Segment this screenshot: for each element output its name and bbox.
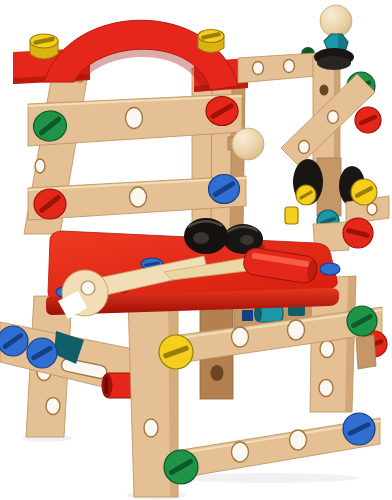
figure-diag-hole-2 [299,141,310,154]
side-rail-screw-blue-1 [0,326,28,356]
bottom-rail-screw-green [164,450,198,484]
figure-collar-lower [317,56,351,70]
side-rail-screw-blue-2 [27,338,57,368]
right-edge-wood-stub [356,335,376,369]
top-screw-left [30,34,58,59]
chair-backrest [13,20,264,234]
figure-hub-yellow-left [296,185,316,205]
screw-red-slat1 [206,97,238,126]
figure-hub-yellow-right [351,179,377,205]
left-post-hole [35,159,45,173]
screw-blue-slat2 [209,175,240,204]
bottom-rail-hole-1 [232,442,249,462]
figure-arm-hole-2 [284,60,295,73]
front-right-leg-hole-1 [320,341,334,358]
under-seat-blue-bit [242,310,253,321]
figure-arm-hole-1 [253,62,264,75]
product-photo-stage [0,0,392,500]
bottom-rail-screw-blue [343,413,375,445]
front-rail-hole-2 [288,320,305,340]
wrench-hole [81,281,95,295]
top-screw-right [198,30,224,53]
slat2-hole [130,187,147,207]
front-right-leg-hole-2 [319,380,333,397]
figure-diag-hole-1 [328,111,339,124]
front-rail-screw-yellow [159,335,193,369]
toy-figure [238,5,389,252]
screw-red-slat2 [34,189,66,219]
ring-nut-left [184,218,228,254]
figure-body-hole-1 [320,85,329,96]
front-rail-screw-green [347,306,377,336]
back-right-leg-hole [211,365,224,381]
back-left-leg-hole-2 [46,398,60,415]
figure-head [320,5,352,37]
figure-arm [238,53,316,83]
figure-screw-red-mid [355,107,381,133]
bottom-rail-hole-2 [290,430,307,450]
front-rail-hole-1 [232,327,249,347]
figure-yellow-bit [285,207,298,224]
toy-chair-illustration [0,0,392,500]
front-left-leg-hole [144,419,158,437]
figure-screw-red-foot [343,218,373,248]
slat1-hole [126,108,143,129]
